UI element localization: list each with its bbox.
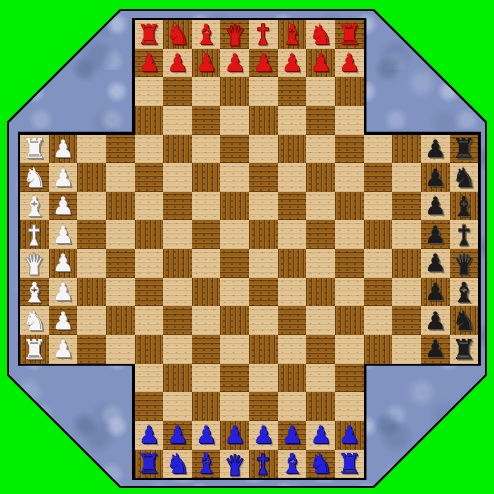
square-r8c6[interactable] bbox=[192, 249, 221, 278]
square-r8c4[interactable] bbox=[135, 249, 164, 278]
square-r4c1[interactable]: ♟ bbox=[49, 135, 78, 164]
square-r10c5[interactable] bbox=[163, 306, 192, 335]
white-queen-hand-piece[interactable] bbox=[20, 249, 49, 278]
square-r15c4[interactable]: ♜ bbox=[135, 450, 164, 479]
square-r11c6[interactable] bbox=[192, 335, 221, 364]
square-r5c6[interactable] bbox=[192, 163, 221, 192]
square-r4c12[interactable] bbox=[364, 135, 393, 164]
blue-rook-piece[interactable]: ♜ bbox=[335, 450, 364, 479]
square-r13c10[interactable] bbox=[306, 392, 335, 421]
square-r15c5[interactable]: ♞ bbox=[163, 450, 192, 479]
square-r6c13[interactable] bbox=[392, 192, 421, 221]
white-pawn-piece[interactable]: ♟ bbox=[49, 335, 78, 364]
square-r5c2[interactable] bbox=[77, 163, 106, 192]
square-r3c9[interactable] bbox=[278, 106, 307, 135]
square-r0c8[interactable] bbox=[249, 20, 278, 49]
square-r3c10[interactable] bbox=[306, 106, 335, 135]
blue-knight-piece[interactable]: ♞ bbox=[163, 450, 192, 479]
white-pawn-piece[interactable]: ♟ bbox=[49, 192, 78, 221]
square-r6c4[interactable] bbox=[135, 192, 164, 221]
square-r0c10[interactable]: ♞ bbox=[306, 20, 335, 49]
square-r11c1[interactable]: ♟ bbox=[49, 335, 78, 364]
square-r4c2[interactable] bbox=[77, 135, 106, 164]
square-r4c10[interactable] bbox=[306, 135, 335, 164]
square-r2c6[interactable] bbox=[192, 77, 221, 106]
black-rook-piece[interactable]: ♜ bbox=[450, 135, 479, 164]
square-r5c13[interactable] bbox=[392, 163, 421, 192]
square-r4c11[interactable] bbox=[335, 135, 364, 164]
square-r11c15[interactable]: ♜ bbox=[450, 335, 479, 364]
square-r8c15[interactable] bbox=[450, 249, 479, 278]
square-r1c11[interactable]: ♟ bbox=[335, 49, 364, 78]
square-r11c0[interactable]: ♜ bbox=[20, 335, 49, 364]
square-r4c6[interactable] bbox=[192, 135, 221, 164]
white-pawn-piece[interactable]: ♟ bbox=[49, 306, 78, 335]
square-r11c4[interactable] bbox=[135, 335, 164, 364]
white-rook-piece[interactable]: ♜ bbox=[20, 135, 49, 164]
square-r4c5[interactable] bbox=[163, 135, 192, 164]
chess-board: ♜♞♝♝♞♜♟♟♟♟♟♟♟♟♜♟♟♜♞♟♟♞♝♟♟♝♟♟♟♟♝♟♟♝♞♟♟♞♜♟… bbox=[20, 20, 478, 478]
square-r3c7[interactable] bbox=[220, 106, 249, 135]
square-r11c9[interactable] bbox=[278, 335, 307, 364]
square-r8c11[interactable] bbox=[335, 249, 364, 278]
white-king-cross-piece[interactable] bbox=[20, 220, 49, 249]
square-r2c11[interactable] bbox=[335, 77, 364, 106]
square-r7c5[interactable] bbox=[163, 220, 192, 249]
black-pawn-piece[interactable]: ♟ bbox=[421, 163, 450, 192]
square-r9c14[interactable]: ♟ bbox=[421, 278, 450, 307]
square-r6c10[interactable] bbox=[306, 192, 335, 221]
square-r13c6[interactable] bbox=[192, 392, 221, 421]
square-r8c0[interactable] bbox=[20, 249, 49, 278]
square-r7c12[interactable] bbox=[364, 220, 393, 249]
square-r11c8[interactable] bbox=[249, 335, 278, 364]
square-r1c9[interactable]: ♟ bbox=[278, 49, 307, 78]
square-r12c9[interactable] bbox=[278, 364, 307, 393]
square-r6c12[interactable] bbox=[364, 192, 393, 221]
red-pawn-piece[interactable]: ♟ bbox=[192, 49, 221, 78]
black-bishop-piece[interactable]: ♝ bbox=[450, 192, 479, 221]
black-pawn-piece[interactable]: ♟ bbox=[421, 278, 450, 307]
blue-bishop-piece[interactable]: ♝ bbox=[192, 450, 221, 479]
square-r10c2[interactable] bbox=[77, 306, 106, 335]
square-r11c10[interactable] bbox=[306, 335, 335, 364]
square-r10c9[interactable] bbox=[278, 306, 307, 335]
square-r12c6[interactable] bbox=[192, 364, 221, 393]
red-bishop-piece[interactable]: ♝ bbox=[278, 20, 307, 49]
square-r10c4[interactable] bbox=[135, 306, 164, 335]
square-r1c6[interactable]: ♟ bbox=[192, 49, 221, 78]
square-r5c0[interactable]: ♞ bbox=[20, 163, 49, 192]
square-r5c4[interactable] bbox=[135, 163, 164, 192]
square-r3c6[interactable] bbox=[192, 106, 221, 135]
blue-pawn-piece[interactable]: ♟ bbox=[306, 421, 335, 450]
blue-pawn-piece[interactable]: ♟ bbox=[249, 421, 278, 450]
square-r4c8[interactable] bbox=[249, 135, 278, 164]
square-r3c5[interactable] bbox=[163, 106, 192, 135]
square-r10c6[interactable] bbox=[192, 306, 221, 335]
square-r11c12[interactable] bbox=[364, 335, 393, 364]
square-r10c11[interactable] bbox=[335, 306, 364, 335]
black-pawn-piece[interactable]: ♟ bbox=[421, 220, 450, 249]
blue-pawn-piece[interactable]: ♟ bbox=[278, 421, 307, 450]
square-r8c1[interactable]: ♟ bbox=[49, 249, 78, 278]
square-r5c7[interactable] bbox=[220, 163, 249, 192]
square-r7c0[interactable] bbox=[20, 220, 49, 249]
black-pawn-piece[interactable]: ♟ bbox=[421, 192, 450, 221]
square-r5c1[interactable]: ♟ bbox=[49, 163, 78, 192]
square-r7c13[interactable] bbox=[392, 220, 421, 249]
square-r15c9[interactable]: ♝ bbox=[278, 450, 307, 479]
white-pawn-piece[interactable]: ♟ bbox=[49, 163, 78, 192]
square-r5c9[interactable] bbox=[278, 163, 307, 192]
square-r14c11[interactable]: ♟ bbox=[335, 421, 364, 450]
square-r4c9[interactable] bbox=[278, 135, 307, 164]
red-rook-piece[interactable]: ♜ bbox=[135, 20, 164, 49]
square-r12c11[interactable] bbox=[335, 364, 364, 393]
square-r6c5[interactable] bbox=[163, 192, 192, 221]
square-r6c8[interactable] bbox=[249, 192, 278, 221]
square-r8c5[interactable] bbox=[163, 249, 192, 278]
square-r8c3[interactable] bbox=[106, 249, 135, 278]
blue-bishop-piece[interactable]: ♝ bbox=[278, 450, 307, 479]
square-r9c3[interactable] bbox=[106, 278, 135, 307]
white-bishop-piece[interactable]: ♝ bbox=[20, 192, 49, 221]
square-r2c5[interactable] bbox=[163, 77, 192, 106]
square-r3c11[interactable] bbox=[335, 106, 364, 135]
white-pawn-piece[interactable]: ♟ bbox=[49, 249, 78, 278]
square-r11c2[interactable] bbox=[77, 335, 106, 364]
square-r1c10[interactable]: ♟ bbox=[306, 49, 335, 78]
square-r13c8[interactable] bbox=[249, 392, 278, 421]
square-r4c15[interactable]: ♜ bbox=[450, 135, 479, 164]
blue-pawn-piece[interactable]: ♟ bbox=[135, 421, 164, 450]
square-r9c9[interactable] bbox=[278, 278, 307, 307]
blue-knight-piece[interactable]: ♞ bbox=[306, 450, 335, 479]
square-r4c4[interactable] bbox=[135, 135, 164, 164]
square-r6c15[interactable]: ♝ bbox=[450, 192, 479, 221]
square-r9c11[interactable] bbox=[335, 278, 364, 307]
white-knight-piece[interactable]: ♞ bbox=[20, 163, 49, 192]
square-r11c5[interactable] bbox=[163, 335, 192, 364]
blue-pawn-piece[interactable]: ♟ bbox=[163, 421, 192, 450]
square-r4c14[interactable]: ♟ bbox=[421, 135, 450, 164]
square-r13c5[interactable] bbox=[163, 392, 192, 421]
square-r12c5[interactable] bbox=[163, 364, 192, 393]
square-r5c14[interactable]: ♟ bbox=[421, 163, 450, 192]
square-r11c11[interactable] bbox=[335, 335, 364, 364]
square-r5c8[interactable] bbox=[249, 163, 278, 192]
square-r9c6[interactable] bbox=[192, 278, 221, 307]
black-pawn-piece[interactable]: ♟ bbox=[421, 135, 450, 164]
square-r6c7[interactable] bbox=[220, 192, 249, 221]
square-r3c8[interactable] bbox=[249, 106, 278, 135]
square-r10c1[interactable]: ♟ bbox=[49, 306, 78, 335]
white-knight-piece[interactable]: ♞ bbox=[20, 306, 49, 335]
red-pawn-piece[interactable]: ♟ bbox=[163, 49, 192, 78]
square-r5c12[interactable] bbox=[364, 163, 393, 192]
square-r2c7[interactable] bbox=[220, 77, 249, 106]
black-king-cross-piece[interactable] bbox=[450, 220, 479, 249]
square-r7c8[interactable] bbox=[249, 220, 278, 249]
red-queen-hand-piece[interactable] bbox=[220, 20, 249, 49]
square-r13c11[interactable] bbox=[335, 392, 364, 421]
square-r9c15[interactable]: ♝ bbox=[450, 278, 479, 307]
square-r10c7[interactable] bbox=[220, 306, 249, 335]
square-r8c14[interactable]: ♟ bbox=[421, 249, 450, 278]
square-r0c7[interactable] bbox=[220, 20, 249, 49]
square-r9c4[interactable] bbox=[135, 278, 164, 307]
red-knight-piece[interactable]: ♞ bbox=[306, 20, 335, 49]
red-pawn-piece[interactable]: ♟ bbox=[335, 49, 364, 78]
square-r14c9[interactable]: ♟ bbox=[278, 421, 307, 450]
square-r2c4[interactable] bbox=[135, 77, 164, 106]
square-r4c7[interactable] bbox=[220, 135, 249, 164]
white-rook-piece[interactable]: ♜ bbox=[20, 335, 49, 364]
white-pawn-piece[interactable]: ♟ bbox=[49, 220, 78, 249]
square-r14c8[interactable]: ♟ bbox=[249, 421, 278, 450]
blue-pawn-piece[interactable]: ♟ bbox=[192, 421, 221, 450]
square-r0c5[interactable]: ♞ bbox=[163, 20, 192, 49]
square-r14c4[interactable]: ♟ bbox=[135, 421, 164, 450]
square-r4c0[interactable]: ♜ bbox=[20, 135, 49, 164]
square-r12c8[interactable] bbox=[249, 364, 278, 393]
square-r15c6[interactable]: ♝ bbox=[192, 450, 221, 479]
square-r6c6[interactable] bbox=[192, 192, 221, 221]
square-r9c7[interactable] bbox=[220, 278, 249, 307]
square-r14c7[interactable]: ♟ bbox=[220, 421, 249, 450]
red-pawn-piece[interactable]: ♟ bbox=[306, 49, 335, 78]
square-r9c12[interactable] bbox=[364, 278, 393, 307]
square-r7c10[interactable] bbox=[306, 220, 335, 249]
square-r7c15[interactable] bbox=[450, 220, 479, 249]
square-r8c7[interactable] bbox=[220, 249, 249, 278]
square-r9c8[interactable] bbox=[249, 278, 278, 307]
blue-queen-hand-piece[interactable] bbox=[220, 450, 249, 479]
square-r10c10[interactable] bbox=[306, 306, 335, 335]
square-r0c6[interactable]: ♝ bbox=[192, 20, 221, 49]
square-r2c9[interactable] bbox=[278, 77, 307, 106]
square-r10c12[interactable] bbox=[364, 306, 393, 335]
square-r10c13[interactable] bbox=[392, 306, 421, 335]
square-r10c0[interactable]: ♞ bbox=[20, 306, 49, 335]
square-r0c11[interactable]: ♜ bbox=[335, 20, 364, 49]
white-pawn-piece[interactable]: ♟ bbox=[49, 278, 78, 307]
square-r6c2[interactable] bbox=[77, 192, 106, 221]
black-bishop-piece[interactable]: ♝ bbox=[450, 278, 479, 307]
square-r9c1[interactable]: ♟ bbox=[49, 278, 78, 307]
square-r1c4[interactable]: ♟ bbox=[135, 49, 164, 78]
square-r10c14[interactable]: ♟ bbox=[421, 306, 450, 335]
square-r12c7[interactable] bbox=[220, 364, 249, 393]
square-r8c13[interactable] bbox=[392, 249, 421, 278]
square-r8c10[interactable] bbox=[306, 249, 335, 278]
blue-king-cross-piece[interactable] bbox=[249, 450, 278, 479]
square-r11c3[interactable] bbox=[106, 335, 135, 364]
square-r7c1[interactable]: ♟ bbox=[49, 220, 78, 249]
blue-pawn-piece[interactable]: ♟ bbox=[335, 421, 364, 450]
black-pawn-piece[interactable]: ♟ bbox=[421, 335, 450, 364]
square-r4c13[interactable] bbox=[392, 135, 421, 164]
red-king-cross-piece[interactable] bbox=[249, 20, 278, 49]
blue-pawn-piece[interactable]: ♟ bbox=[220, 421, 249, 450]
square-r6c0[interactable]: ♝ bbox=[20, 192, 49, 221]
square-r10c15[interactable]: ♞ bbox=[450, 306, 479, 335]
square-r0c4[interactable]: ♜ bbox=[135, 20, 164, 49]
square-r5c10[interactable] bbox=[306, 163, 335, 192]
square-r7c14[interactable]: ♟ bbox=[421, 220, 450, 249]
white-pawn-piece[interactable]: ♟ bbox=[49, 135, 78, 164]
square-r9c0[interactable]: ♝ bbox=[20, 278, 49, 307]
square-r0c9[interactable]: ♝ bbox=[278, 20, 307, 49]
square-r2c10[interactable] bbox=[306, 77, 335, 106]
black-pawn-piece[interactable]: ♟ bbox=[421, 306, 450, 335]
square-r14c5[interactable]: ♟ bbox=[163, 421, 192, 450]
square-r7c11[interactable] bbox=[335, 220, 364, 249]
red-pawn-piece[interactable]: ♟ bbox=[278, 49, 307, 78]
square-r13c7[interactable] bbox=[220, 392, 249, 421]
square-r13c9[interactable] bbox=[278, 392, 307, 421]
red-pawn-piece[interactable]: ♟ bbox=[135, 49, 164, 78]
square-r1c8[interactable]: ♟ bbox=[249, 49, 278, 78]
square-r12c10[interactable] bbox=[306, 364, 335, 393]
square-r15c11[interactable]: ♜ bbox=[335, 450, 364, 479]
square-r1c5[interactable]: ♟ bbox=[163, 49, 192, 78]
black-queen-hand-piece[interactable] bbox=[450, 249, 479, 278]
square-r4c3[interactable] bbox=[106, 135, 135, 164]
square-r5c11[interactable] bbox=[335, 163, 364, 192]
red-pawn-piece[interactable]: ♟ bbox=[220, 49, 249, 78]
black-knight-piece[interactable]: ♞ bbox=[450, 163, 479, 192]
square-r7c9[interactable] bbox=[278, 220, 307, 249]
blue-rook-piece[interactable]: ♜ bbox=[135, 450, 164, 479]
square-r7c3[interactable] bbox=[106, 220, 135, 249]
square-r6c3[interactable] bbox=[106, 192, 135, 221]
square-r13c4[interactable] bbox=[135, 392, 164, 421]
square-r10c3[interactable] bbox=[106, 306, 135, 335]
square-r6c1[interactable]: ♟ bbox=[49, 192, 78, 221]
black-pawn-piece[interactable]: ♟ bbox=[421, 249, 450, 278]
square-r5c3[interactable] bbox=[106, 163, 135, 192]
white-bishop-piece[interactable]: ♝ bbox=[20, 278, 49, 307]
square-r8c2[interactable] bbox=[77, 249, 106, 278]
square-r5c5[interactable] bbox=[163, 163, 192, 192]
square-r10c8[interactable] bbox=[249, 306, 278, 335]
square-r7c4[interactable] bbox=[135, 220, 164, 249]
square-r14c6[interactable]: ♟ bbox=[192, 421, 221, 450]
square-r7c7[interactable] bbox=[220, 220, 249, 249]
square-r8c8[interactable] bbox=[249, 249, 278, 278]
square-r8c12[interactable] bbox=[364, 249, 393, 278]
square-r6c14[interactable]: ♟ bbox=[421, 192, 450, 221]
square-r8c9[interactable] bbox=[278, 249, 307, 278]
square-r15c7[interactable] bbox=[220, 450, 249, 479]
square-r6c9[interactable] bbox=[278, 192, 307, 221]
square-r15c10[interactable]: ♞ bbox=[306, 450, 335, 479]
square-r5c15[interactable]: ♞ bbox=[450, 163, 479, 192]
red-pawn-piece[interactable]: ♟ bbox=[249, 49, 278, 78]
black-rook-piece[interactable]: ♜ bbox=[450, 335, 479, 364]
red-rook-piece[interactable]: ♜ bbox=[335, 20, 364, 49]
square-r11c7[interactable] bbox=[220, 335, 249, 364]
square-r14c10[interactable]: ♟ bbox=[306, 421, 335, 450]
square-r9c5[interactable] bbox=[163, 278, 192, 307]
square-r9c13[interactable] bbox=[392, 278, 421, 307]
square-r11c13[interactable] bbox=[392, 335, 421, 364]
square-r2c8[interactable] bbox=[249, 77, 278, 106]
red-knight-piece[interactable]: ♞ bbox=[163, 20, 192, 49]
square-r7c6[interactable] bbox=[192, 220, 221, 249]
square-r6c11[interactable] bbox=[335, 192, 364, 221]
square-r11c14[interactable]: ♟ bbox=[421, 335, 450, 364]
square-r15c8[interactable] bbox=[249, 450, 278, 479]
square-r3c4[interactable] bbox=[135, 106, 164, 135]
square-r12c4[interactable] bbox=[135, 364, 164, 393]
red-bishop-piece[interactable]: ♝ bbox=[192, 20, 221, 49]
square-r7c2[interactable] bbox=[77, 220, 106, 249]
square-r9c10[interactable] bbox=[306, 278, 335, 307]
black-knight-piece[interactable]: ♞ bbox=[450, 306, 479, 335]
square-r1c7[interactable]: ♟ bbox=[220, 49, 249, 78]
game-screen: ♜♞♝♝♞♜♟♟♟♟♟♟♟♟♜♟♟♜♞♟♟♞♝♟♟♝♟♟♟♟♝♟♟♝♞♟♟♞♜♟… bbox=[0, 0, 494, 494]
square-r9c2[interactable] bbox=[77, 278, 106, 307]
